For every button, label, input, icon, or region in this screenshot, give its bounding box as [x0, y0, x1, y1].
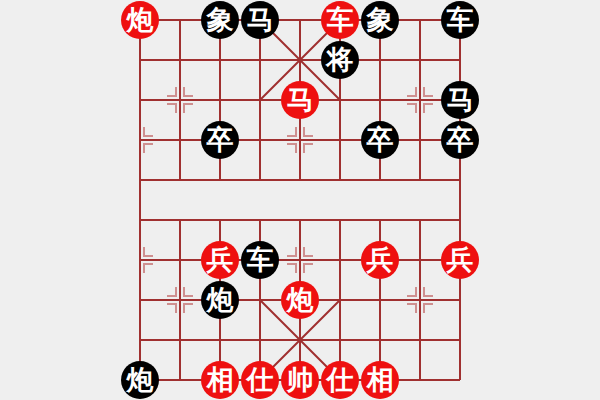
piece-black-horse[interactable]: 马	[241, 1, 279, 39]
piece-black-chariot[interactable]: 车	[441, 1, 479, 39]
piece-black-general[interactable]: 将	[321, 41, 359, 79]
piece-black-cannon[interactable]: 炮	[121, 361, 159, 399]
piece-black-soldier[interactable]: 卒	[441, 121, 479, 159]
piece-red-elephant[interactable]: 相	[201, 361, 239, 399]
piece-black-horse[interactable]: 马	[441, 81, 479, 119]
piece-black-cannon[interactable]: 炮	[201, 281, 239, 319]
xiangqi-board: 炮象马车象车将马马卒卒卒兵车兵兵炮炮炮相仕帅仕相	[0, 0, 600, 400]
piece-red-advisor[interactable]: 仕	[241, 361, 279, 399]
piece-red-chariot[interactable]: 车	[321, 1, 359, 39]
piece-red-cannon[interactable]: 炮	[281, 281, 319, 319]
piece-black-soldier[interactable]: 卒	[361, 121, 399, 159]
piece-red-cannon[interactable]: 炮	[121, 1, 159, 39]
piece-red-advisor[interactable]: 仕	[321, 361, 359, 399]
piece-red-soldier[interactable]: 兵	[441, 241, 479, 279]
piece-red-soldier[interactable]: 兵	[201, 241, 239, 279]
piece-red-horse[interactable]: 马	[281, 81, 319, 119]
piece-black-elephant[interactable]: 象	[201, 1, 239, 39]
piece-red-elephant[interactable]: 相	[361, 361, 399, 399]
piece-red-soldier[interactable]: 兵	[361, 241, 399, 279]
piece-black-chariot[interactable]: 车	[241, 241, 279, 279]
piece-red-general[interactable]: 帅	[281, 361, 319, 399]
piece-black-soldier[interactable]: 卒	[201, 121, 239, 159]
piece-black-elephant[interactable]: 象	[361, 1, 399, 39]
board-cells: 炮象马车象车将马马卒卒卒兵车兵兵炮炮炮相仕帅仕相	[120, 0, 480, 400]
